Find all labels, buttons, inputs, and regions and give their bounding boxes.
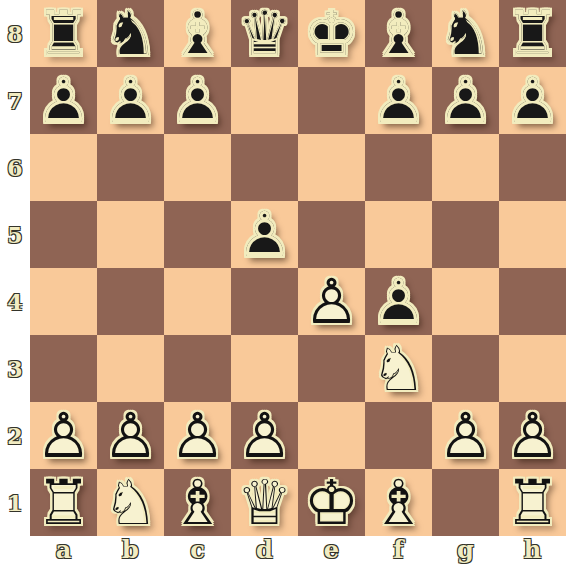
square-g1[interactable] — [432, 469, 499, 536]
file-label-e: e — [298, 536, 365, 567]
piece-outline-glyph: ♘ — [97, 469, 164, 536]
square-b3[interactable] — [97, 335, 164, 402]
square-g3[interactable] — [432, 335, 499, 402]
white-pawn[interactable]: ♟♙ — [432, 402, 499, 469]
file-label-c: c — [164, 536, 231, 567]
square-h3[interactable] — [499, 335, 566, 402]
black-knight[interactable]: ♞♘ — [432, 0, 499, 67]
square-b6[interactable] — [97, 134, 164, 201]
square-h7[interactable]: ♟♙ — [499, 67, 566, 134]
rank-label-4: 4 — [0, 268, 30, 335]
black-rook[interactable]: ♜♖ — [499, 0, 566, 67]
square-h4[interactable] — [499, 268, 566, 335]
square-c3[interactable] — [164, 335, 231, 402]
file-label-h: h — [499, 536, 566, 567]
black-king[interactable]: ♚♔ — [298, 0, 365, 67]
white-bishop[interactable]: ♝♗ — [164, 469, 231, 536]
piece-outline-glyph: ♖ — [30, 0, 97, 67]
piece-outline-glyph: ♙ — [365, 268, 432, 335]
square-e1[interactable]: ♚♔ — [298, 469, 365, 536]
square-b1[interactable]: ♞♘ — [97, 469, 164, 536]
black-pawn[interactable]: ♟♙ — [231, 201, 298, 268]
black-pawn[interactable]: ♟♙ — [432, 67, 499, 134]
file-label-b: b — [97, 536, 164, 567]
piece-outline-glyph: ♙ — [499, 402, 566, 469]
square-a2[interactable]: ♟♙ — [30, 402, 97, 469]
rank-label-1: 1 — [0, 469, 30, 536]
white-queen[interactable]: ♛♕ — [231, 469, 298, 536]
rank-label-7: 7 — [0, 67, 30, 134]
piece-outline-glyph: ♙ — [97, 67, 164, 134]
rank-label-3: 3 — [0, 335, 30, 402]
piece-outline-glyph: ♘ — [97, 0, 164, 67]
square-c1[interactable]: ♝♗ — [164, 469, 231, 536]
file-label-f: f — [365, 536, 432, 567]
piece-outline-glyph: ♗ — [164, 469, 231, 536]
piece-outline-glyph: ♙ — [97, 402, 164, 469]
piece-outline-glyph: ♕ — [231, 469, 298, 536]
white-rook[interactable]: ♜♖ — [499, 469, 566, 536]
white-pawn[interactable]: ♟♙ — [164, 402, 231, 469]
black-bishop[interactable]: ♝♗ — [164, 0, 231, 67]
rank-label-6: 6 — [0, 134, 30, 201]
square-a1[interactable]: ♜♖ — [30, 469, 97, 536]
black-pawn[interactable]: ♟♙ — [365, 67, 432, 134]
square-g7[interactable]: ♟♙ — [432, 67, 499, 134]
piece-outline-glyph: ♙ — [365, 67, 432, 134]
square-c7[interactable]: ♟♙ — [164, 67, 231, 134]
square-f4[interactable]: ♟♙ — [365, 268, 432, 335]
file-labels: abcdefgh — [30, 536, 566, 567]
square-a5[interactable] — [30, 201, 97, 268]
white-pawn[interactable]: ♟♙ — [231, 402, 298, 469]
piece-outline-glyph: ♙ — [30, 67, 97, 134]
white-pawn[interactable]: ♟♙ — [499, 402, 566, 469]
piece-outline-glyph: ♙ — [231, 402, 298, 469]
square-d2[interactable]: ♟♙ — [231, 402, 298, 469]
piece-outline-glyph: ♙ — [298, 268, 365, 335]
square-h1[interactable]: ♜♖ — [499, 469, 566, 536]
square-e8[interactable]: ♚♔ — [298, 0, 365, 67]
square-c5[interactable] — [164, 201, 231, 268]
square-g5[interactable] — [432, 201, 499, 268]
square-f8[interactable]: ♝♗ — [365, 0, 432, 67]
white-knight[interactable]: ♞♘ — [97, 469, 164, 536]
black-pawn[interactable]: ♟♙ — [97, 67, 164, 134]
piece-outline-glyph: ♔ — [298, 469, 365, 536]
square-d4[interactable] — [231, 268, 298, 335]
piece-outline-glyph: ♗ — [365, 469, 432, 536]
white-pawn[interactable]: ♟♙ — [30, 402, 97, 469]
square-g8[interactable]: ♞♘ — [432, 0, 499, 67]
square-g4[interactable] — [432, 268, 499, 335]
black-bishop[interactable]: ♝♗ — [365, 0, 432, 67]
square-d7[interactable] — [231, 67, 298, 134]
square-f3[interactable]: ♞♘ — [365, 335, 432, 402]
square-b8[interactable]: ♞♘ — [97, 0, 164, 67]
square-d6[interactable] — [231, 134, 298, 201]
square-e5[interactable] — [298, 201, 365, 268]
square-a7[interactable]: ♟♙ — [30, 67, 97, 134]
square-b5[interactable] — [97, 201, 164, 268]
square-d1[interactable]: ♛♕ — [231, 469, 298, 536]
square-h8[interactable]: ♜♖ — [499, 0, 566, 67]
square-g2[interactable]: ♟♙ — [432, 402, 499, 469]
chess-board: ♜♖♞♘♝♗♛♕♚♔♝♗♞♘♜♖♟♙♟♙♟♙♟♙♟♙♟♙♟♙♟♙♟♙♞♘♟♙♟♙… — [30, 0, 566, 536]
rank-labels: 87654321 — [0, 0, 30, 536]
black-pawn[interactable]: ♟♙ — [164, 67, 231, 134]
white-king[interactable]: ♚♔ — [298, 469, 365, 536]
square-d5[interactable]: ♟♙ — [231, 201, 298, 268]
square-c6[interactable] — [164, 134, 231, 201]
piece-outline-glyph: ♙ — [499, 67, 566, 134]
square-h2[interactable]: ♟♙ — [499, 402, 566, 469]
piece-outline-glyph: ♖ — [499, 0, 566, 67]
square-d3[interactable] — [231, 335, 298, 402]
white-pawn[interactable]: ♟♙ — [97, 402, 164, 469]
black-queen[interactable]: ♛♕ — [231, 0, 298, 67]
square-c2[interactable]: ♟♙ — [164, 402, 231, 469]
piece-outline-glyph: ♙ — [432, 67, 499, 134]
square-d8[interactable]: ♛♕ — [231, 0, 298, 67]
square-f6[interactable] — [365, 134, 432, 201]
piece-outline-glyph: ♙ — [231, 201, 298, 268]
square-e4[interactable]: ♟♙ — [298, 268, 365, 335]
square-g6[interactable] — [432, 134, 499, 201]
rank-label-8: 8 — [0, 0, 30, 67]
square-f7[interactable]: ♟♙ — [365, 67, 432, 134]
square-h5[interactable] — [499, 201, 566, 268]
square-a3[interactable] — [30, 335, 97, 402]
piece-outline-glyph: ♕ — [231, 0, 298, 67]
square-f1[interactable]: ♝♗ — [365, 469, 432, 536]
square-c8[interactable]: ♝♗ — [164, 0, 231, 67]
square-c4[interactable] — [164, 268, 231, 335]
black-pawn[interactable]: ♟♙ — [365, 268, 432, 335]
black-pawn[interactable]: ♟♙ — [30, 67, 97, 134]
white-knight[interactable]: ♞♘ — [365, 335, 432, 402]
piece-outline-glyph: ♘ — [432, 0, 499, 67]
square-a4[interactable] — [30, 268, 97, 335]
square-b4[interactable] — [97, 268, 164, 335]
piece-outline-glyph: ♔ — [298, 0, 365, 67]
square-a8[interactable]: ♜♖ — [30, 0, 97, 67]
square-e3[interactable] — [298, 335, 365, 402]
piece-outline-glyph: ♙ — [30, 402, 97, 469]
piece-outline-glyph: ♘ — [365, 335, 432, 402]
square-e2[interactable] — [298, 402, 365, 469]
chess-board-page: 87654321 ♜♖♞♘♝♗♛♕♚♔♝♗♞♘♜♖♟♙♟♙♟♙♟♙♟♙♟♙♟♙♟… — [0, 0, 566, 567]
piece-outline-glyph: ♗ — [164, 0, 231, 67]
rank-label-2: 2 — [0, 402, 30, 469]
piece-outline-glyph: ♖ — [30, 469, 97, 536]
black-rook[interactable]: ♜♖ — [30, 0, 97, 67]
white-pawn[interactable]: ♟♙ — [298, 268, 365, 335]
piece-outline-glyph: ♖ — [499, 469, 566, 536]
square-f2[interactable] — [365, 402, 432, 469]
file-label-d: d — [231, 536, 298, 567]
file-label-a: a — [30, 536, 97, 567]
piece-outline-glyph: ♙ — [164, 402, 231, 469]
piece-outline-glyph: ♙ — [164, 67, 231, 134]
white-bishop[interactable]: ♝♗ — [365, 469, 432, 536]
white-rook[interactable]: ♜♖ — [30, 469, 97, 536]
file-label-g: g — [432, 536, 499, 567]
square-b7[interactable]: ♟♙ — [97, 67, 164, 134]
square-a6[interactable] — [30, 134, 97, 201]
piece-outline-glyph: ♗ — [365, 0, 432, 67]
square-e6[interactable] — [298, 134, 365, 201]
rank-label-5: 5 — [0, 201, 30, 268]
square-h6[interactable] — [499, 134, 566, 201]
black-pawn[interactable]: ♟♙ — [499, 67, 566, 134]
square-e7[interactable] — [298, 67, 365, 134]
piece-outline-glyph: ♙ — [432, 402, 499, 469]
black-knight[interactable]: ♞♘ — [97, 0, 164, 67]
square-f5[interactable] — [365, 201, 432, 268]
square-b2[interactable]: ♟♙ — [97, 402, 164, 469]
